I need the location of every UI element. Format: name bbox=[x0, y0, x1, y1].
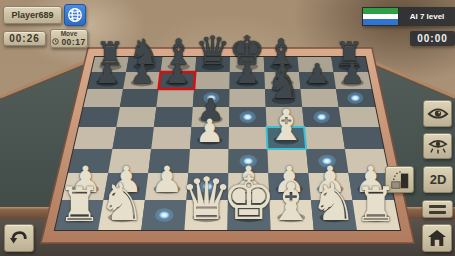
black-clock-value: 00:00 bbox=[417, 33, 448, 44]
home-button[interactable] bbox=[422, 224, 452, 252]
white-player-name: Player689 bbox=[11, 10, 53, 20]
show-moves-eye-button[interactable] bbox=[423, 100, 452, 127]
show-threats-eye-button[interactable] bbox=[423, 133, 452, 159]
piece-white-bishop-f1[interactable]: ♝ bbox=[268, 176, 315, 228]
opponent-panel: AI 7 level bbox=[362, 7, 455, 26]
black-total-clock: 00:00 bbox=[410, 31, 455, 46]
view-2d-button[interactable]: 2D bbox=[423, 166, 453, 193]
move-dot-e5[interactable] bbox=[243, 114, 253, 121]
piece-black-pawn-a7[interactable]: ♟ bbox=[95, 60, 119, 87]
piece-black-pawn-e7[interactable]: ♟ bbox=[235, 60, 259, 87]
piece-black-queen-d8[interactable]: ♛ bbox=[195, 31, 230, 70]
white-move-timer-box: Move 00:17 bbox=[50, 29, 88, 48]
square-a6[interactable] bbox=[83, 89, 123, 107]
piece-white-rook-a1[interactable]: ♜ bbox=[58, 180, 101, 228]
piece-white-knight-b1[interactable]: ♞ bbox=[98, 176, 145, 228]
square-e4[interactable] bbox=[229, 127, 268, 149]
piece-white-bishop-f4[interactable]: ♝ bbox=[267, 104, 306, 147]
piece-black-pawn-g7[interactable]: ♟ bbox=[305, 60, 329, 87]
piece-white-knight-g1[interactable]: ♞ bbox=[310, 176, 357, 228]
square-c4[interactable] bbox=[151, 127, 191, 149]
globe-icon bbox=[66, 6, 84, 24]
square-c5[interactable] bbox=[154, 107, 193, 127]
white-total-clock: 00:26 bbox=[3, 31, 46, 46]
square-d7[interactable] bbox=[194, 72, 230, 89]
eye-icon bbox=[427, 106, 449, 122]
square-g4[interactable] bbox=[304, 127, 345, 149]
piece-black-pawn-b7[interactable]: ♟ bbox=[130, 60, 154, 87]
home-icon bbox=[427, 229, 447, 247]
square-b5[interactable] bbox=[116, 107, 156, 127]
square-b4[interactable] bbox=[112, 127, 153, 149]
flag-stripe-blue bbox=[363, 19, 398, 25]
white-clock-value: 00:26 bbox=[9, 33, 40, 44]
undo-arrow-icon bbox=[9, 229, 29, 247]
square-a4[interactable] bbox=[74, 127, 117, 149]
square-e6[interactable] bbox=[229, 89, 265, 107]
menu-bars-button[interactable] bbox=[422, 200, 453, 218]
move-timer-value: 00:17 bbox=[61, 37, 85, 47]
square-c6[interactable] bbox=[156, 89, 194, 107]
piece-white-rook-h1[interactable]: ♜ bbox=[354, 180, 397, 228]
white-player-name-badge: Player689 bbox=[3, 6, 62, 24]
move-dot-g5[interactable] bbox=[317, 114, 327, 121]
ai-level-label: AI 7 level bbox=[410, 12, 445, 21]
menu-bar-icon bbox=[429, 211, 446, 214]
square-g6[interactable] bbox=[301, 89, 339, 107]
piece-white-pawn-c2[interactable]: ♟ bbox=[151, 162, 183, 198]
square-h4[interactable] bbox=[342, 127, 384, 149]
move-dot-c1[interactable] bbox=[159, 211, 170, 219]
chess-app-screen: ♜♞♝♛♚♝♜♟♟♟♟♟♟♟♞♟♟♝♟♟♟♟♟♟♟♜♞♛♚♝♞♜ Player6… bbox=[0, 0, 455, 256]
piece-white-pawn-d4[interactable]: ♟ bbox=[195, 115, 224, 147]
square-h5[interactable] bbox=[339, 107, 380, 127]
clock-icon bbox=[52, 38, 59, 45]
online-globe-button[interactable] bbox=[64, 4, 86, 26]
undo-button[interactable] bbox=[4, 224, 34, 252]
square-a5[interactable] bbox=[79, 107, 120, 127]
menu-bar-icon bbox=[429, 205, 446, 208]
piece-black-pawn-c7[interactable]: ♟ bbox=[165, 60, 189, 87]
sierra-leone-flag bbox=[362, 7, 399, 26]
square-b6[interactable] bbox=[120, 89, 159, 107]
eye-lashes-icon bbox=[427, 137, 449, 155]
move-dot-h6[interactable] bbox=[350, 95, 360, 102]
ai-level-badge: AI 7 level bbox=[399, 7, 455, 26]
piece-black-pawn-h7[interactable]: ♟ bbox=[340, 60, 364, 87]
view-2d-label: 2D bbox=[430, 172, 447, 187]
